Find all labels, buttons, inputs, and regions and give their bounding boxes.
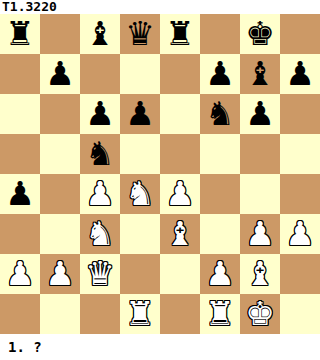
square-c4[interactable]: ♟ <box>80 174 120 214</box>
square-f7[interactable]: ♟ <box>200 54 240 94</box>
square-g6[interactable]: ♟ <box>240 94 280 134</box>
square-d6[interactable]: ♟ <box>120 94 160 134</box>
square-h8[interactable] <box>280 14 320 54</box>
square-d3[interactable] <box>120 214 160 254</box>
square-g5[interactable] <box>240 134 280 174</box>
black-bishop: ♝ <box>85 14 115 54</box>
black-pawn: ♟ <box>285 54 315 94</box>
square-a1[interactable] <box>0 294 40 334</box>
square-b5[interactable] <box>40 134 80 174</box>
square-h7[interactable]: ♟ <box>280 54 320 94</box>
white-knight: ♞ <box>85 214 115 254</box>
black-pawn: ♟ <box>125 94 155 134</box>
square-c5[interactable]: ♞ <box>80 134 120 174</box>
square-h1[interactable] <box>280 294 320 334</box>
black-pawn: ♟ <box>245 94 275 134</box>
black-knight: ♞ <box>85 134 115 174</box>
square-h4[interactable] <box>280 174 320 214</box>
black-pawn: ♟ <box>45 54 75 94</box>
square-d4[interactable]: ♞ <box>120 174 160 214</box>
square-d8[interactable]: ♛ <box>120 14 160 54</box>
chess-board: ♜♝♛♜♚♟♟♝♟♟♟♞♟♞♟♟♞♟♞♝♟♟♟♟♛♟♝♜♜♚ <box>0 14 320 334</box>
chess-app-window: T1.3220 ♜♝♛♜♚♟♟♝♟♟♟♞♟♞♟♟♞♟♞♝♟♟♟♟♛♟♝♜♜♚ 1… <box>0 0 320 360</box>
square-e7[interactable] <box>160 54 200 94</box>
black-rook: ♜ <box>165 14 195 54</box>
white-pawn: ♟ <box>85 174 115 214</box>
square-g8[interactable]: ♚ <box>240 14 280 54</box>
square-g4[interactable] <box>240 174 280 214</box>
square-f1[interactable]: ♜ <box>200 294 240 334</box>
square-c1[interactable] <box>80 294 120 334</box>
white-pawn: ♟ <box>285 214 315 254</box>
square-b8[interactable] <box>40 14 80 54</box>
square-g2[interactable]: ♝ <box>240 254 280 294</box>
square-f3[interactable] <box>200 214 240 254</box>
square-a7[interactable] <box>0 54 40 94</box>
white-pawn: ♟ <box>165 174 195 214</box>
white-pawn: ♟ <box>5 254 35 294</box>
square-e6[interactable] <box>160 94 200 134</box>
square-d7[interactable] <box>120 54 160 94</box>
white-bishop: ♝ <box>165 214 195 254</box>
black-rook: ♜ <box>5 14 35 54</box>
white-knight: ♞ <box>125 174 155 214</box>
square-a8[interactable]: ♜ <box>0 14 40 54</box>
white-bishop: ♝ <box>245 254 275 294</box>
white-pawn: ♟ <box>45 254 75 294</box>
square-c2[interactable]: ♛ <box>80 254 120 294</box>
square-h5[interactable] <box>280 134 320 174</box>
square-a6[interactable] <box>0 94 40 134</box>
black-queen: ♛ <box>125 14 155 54</box>
square-g7[interactable]: ♝ <box>240 54 280 94</box>
square-g1[interactable]: ♚ <box>240 294 280 334</box>
square-f8[interactable] <box>200 14 240 54</box>
square-c7[interactable] <box>80 54 120 94</box>
square-c8[interactable]: ♝ <box>80 14 120 54</box>
square-f6[interactable]: ♞ <box>200 94 240 134</box>
square-f2[interactable]: ♟ <box>200 254 240 294</box>
square-b3[interactable] <box>40 214 80 254</box>
square-h2[interactable] <box>280 254 320 294</box>
square-a2[interactable]: ♟ <box>0 254 40 294</box>
square-e2[interactable] <box>160 254 200 294</box>
square-e1[interactable] <box>160 294 200 334</box>
black-king: ♚ <box>245 14 275 54</box>
square-f5[interactable] <box>200 134 240 174</box>
square-a3[interactable] <box>0 214 40 254</box>
square-c3[interactable]: ♞ <box>80 214 120 254</box>
black-knight: ♞ <box>205 94 235 134</box>
white-rook: ♜ <box>205 294 235 334</box>
square-b7[interactable]: ♟ <box>40 54 80 94</box>
black-pawn: ♟ <box>85 94 115 134</box>
square-b1[interactable] <box>40 294 80 334</box>
square-e4[interactable]: ♟ <box>160 174 200 214</box>
square-e5[interactable] <box>160 134 200 174</box>
square-b4[interactable] <box>40 174 80 214</box>
puzzle-title: T1.3220 <box>0 0 320 14</box>
square-h3[interactable]: ♟ <box>280 214 320 254</box>
square-b2[interactable]: ♟ <box>40 254 80 294</box>
move-prompt: 1. ? <box>0 334 320 360</box>
white-pawn: ♟ <box>205 254 235 294</box>
square-d1[interactable]: ♜ <box>120 294 160 334</box>
square-f4[interactable] <box>200 174 240 214</box>
white-rook: ♜ <box>125 294 155 334</box>
square-e8[interactable]: ♜ <box>160 14 200 54</box>
black-pawn: ♟ <box>5 174 35 214</box>
square-a5[interactable] <box>0 134 40 174</box>
square-b6[interactable] <box>40 94 80 134</box>
square-g3[interactable]: ♟ <box>240 214 280 254</box>
white-pawn: ♟ <box>245 214 275 254</box>
black-pawn: ♟ <box>205 54 235 94</box>
square-e3[interactable]: ♝ <box>160 214 200 254</box>
black-bishop: ♝ <box>245 54 275 94</box>
white-queen: ♛ <box>85 254 115 294</box>
square-d5[interactable] <box>120 134 160 174</box>
square-a4[interactable]: ♟ <box>0 174 40 214</box>
square-d2[interactable] <box>120 254 160 294</box>
square-c6[interactable]: ♟ <box>80 94 120 134</box>
square-h6[interactable] <box>280 94 320 134</box>
white-king: ♚ <box>245 294 275 334</box>
